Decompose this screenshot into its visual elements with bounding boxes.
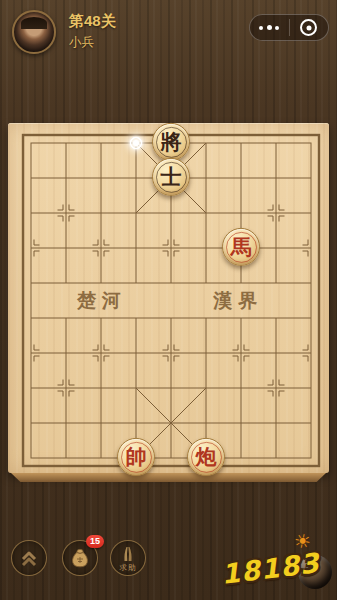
point-g2[interactable] bbox=[224, 406, 259, 441]
title-block: 第48关 小兵 bbox=[69, 12, 116, 50]
point-h5[interactable] bbox=[259, 301, 294, 336]
level-title: 第48关 bbox=[69, 12, 116, 31]
point-f6[interactable] bbox=[189, 266, 224, 301]
point-f9[interactable] bbox=[189, 161, 224, 196]
point-g8[interactable] bbox=[224, 196, 259, 231]
point-d4[interactable] bbox=[119, 336, 154, 371]
point-f10[interactable] bbox=[189, 126, 224, 161]
point-g1[interactable] bbox=[224, 441, 259, 476]
point-d10[interactable] bbox=[119, 126, 154, 161]
point-f8[interactable] bbox=[189, 196, 224, 231]
point-c8[interactable] bbox=[84, 196, 119, 231]
point-i10[interactable] bbox=[294, 126, 329, 161]
point-a9[interactable] bbox=[14, 161, 49, 196]
last-move-marker bbox=[130, 137, 143, 150]
board-points-grid: 將士馬帥炮 bbox=[14, 126, 329, 476]
point-c3[interactable] bbox=[84, 371, 119, 406]
point-h7[interactable] bbox=[259, 231, 294, 266]
point-c2[interactable] bbox=[84, 406, 119, 441]
point-a4[interactable] bbox=[14, 336, 49, 371]
point-g5[interactable] bbox=[224, 301, 259, 336]
point-e9[interactable]: 士 bbox=[154, 161, 189, 196]
point-b7[interactable] bbox=[49, 231, 84, 266]
point-h10[interactable] bbox=[259, 126, 294, 161]
player-avatar[interactable] bbox=[12, 10, 56, 54]
piece-black-general[interactable]: 將 bbox=[152, 123, 190, 161]
point-i1[interactable] bbox=[294, 441, 329, 476]
point-e7[interactable] bbox=[154, 231, 189, 266]
point-b8[interactable] bbox=[49, 196, 84, 231]
point-f1[interactable]: 炮 bbox=[189, 441, 224, 476]
header: 第48关 小兵 bbox=[0, 0, 337, 62]
coins-button[interactable]: 15 bbox=[62, 540, 98, 576]
point-b6[interactable] bbox=[49, 266, 84, 301]
point-d1[interactable]: 帥 bbox=[119, 441, 154, 476]
point-e2[interactable] bbox=[154, 406, 189, 441]
point-f2[interactable] bbox=[189, 406, 224, 441]
point-f3[interactable] bbox=[189, 371, 224, 406]
help-label: 求助 bbox=[111, 563, 145, 573]
point-f7[interactable] bbox=[189, 231, 224, 266]
double-chevron-up-icon bbox=[17, 546, 41, 570]
point-h8[interactable] bbox=[259, 196, 294, 231]
piece-red-cannon[interactable]: 炮 bbox=[187, 438, 225, 476]
point-i5[interactable] bbox=[294, 301, 329, 336]
point-h3[interactable] bbox=[259, 371, 294, 406]
bottom-toolbar: 15 求助 bbox=[0, 525, 337, 600]
point-c5[interactable] bbox=[84, 301, 119, 336]
xiangqi-board: 楚河 漢界 將士馬帥炮 bbox=[8, 123, 329, 473]
point-e6[interactable] bbox=[154, 266, 189, 301]
point-e8[interactable] bbox=[154, 196, 189, 231]
point-a5[interactable] bbox=[14, 301, 49, 336]
point-i4[interactable] bbox=[294, 336, 329, 371]
point-d9[interactable] bbox=[119, 161, 154, 196]
point-e4[interactable] bbox=[154, 336, 189, 371]
point-e10[interactable]: 將 bbox=[154, 126, 189, 161]
point-g10[interactable] bbox=[224, 126, 259, 161]
collapse-button[interactable] bbox=[11, 540, 47, 576]
circled-dot-icon bbox=[300, 19, 317, 36]
point-b4[interactable] bbox=[49, 336, 84, 371]
point-c6[interactable] bbox=[84, 266, 119, 301]
piece-black-advisor[interactable]: 士 bbox=[152, 158, 190, 196]
point-i3[interactable] bbox=[294, 371, 329, 406]
point-g3[interactable] bbox=[224, 371, 259, 406]
piece-red-horse[interactable]: 馬 bbox=[222, 228, 260, 266]
point-h6[interactable] bbox=[259, 266, 294, 301]
point-d2[interactable] bbox=[119, 406, 154, 441]
point-h9[interactable] bbox=[259, 161, 294, 196]
point-d5[interactable] bbox=[119, 301, 154, 336]
help-button[interactable]: 求助 bbox=[110, 540, 146, 576]
point-a10[interactable] bbox=[14, 126, 49, 161]
point-g9[interactable] bbox=[224, 161, 259, 196]
point-a3[interactable] bbox=[14, 371, 49, 406]
point-h2[interactable] bbox=[259, 406, 294, 441]
point-b9[interactable] bbox=[49, 161, 84, 196]
point-i9[interactable] bbox=[294, 161, 329, 196]
point-a6[interactable] bbox=[14, 266, 49, 301]
point-g7[interactable]: 馬 bbox=[224, 231, 259, 266]
point-i7[interactable] bbox=[294, 231, 329, 266]
player-rank-label: 小兵 bbox=[69, 35, 116, 51]
point-d7[interactable] bbox=[119, 231, 154, 266]
point-i6[interactable] bbox=[294, 266, 329, 301]
point-i2[interactable] bbox=[294, 406, 329, 441]
miniprogram-capsule bbox=[249, 14, 329, 41]
point-e5[interactable] bbox=[154, 301, 189, 336]
point-c1[interactable] bbox=[84, 441, 119, 476]
exit-button[interactable] bbox=[290, 15, 329, 40]
point-b5[interactable] bbox=[49, 301, 84, 336]
more-button[interactable] bbox=[250, 15, 289, 40]
point-f5[interactable] bbox=[189, 301, 224, 336]
point-c4[interactable] bbox=[84, 336, 119, 371]
point-a8[interactable] bbox=[14, 196, 49, 231]
point-h1[interactable] bbox=[259, 441, 294, 476]
point-i8[interactable] bbox=[294, 196, 329, 231]
money-bag-icon bbox=[68, 546, 92, 570]
point-d6[interactable] bbox=[119, 266, 154, 301]
point-b1[interactable] bbox=[49, 441, 84, 476]
point-e3[interactable] bbox=[154, 371, 189, 406]
point-h4[interactable] bbox=[259, 336, 294, 371]
more-dots-icon bbox=[259, 25, 279, 30]
point-a2[interactable] bbox=[14, 406, 49, 441]
piece-red-general[interactable]: 帥 bbox=[117, 438, 155, 476]
praying-hands-icon bbox=[117, 546, 139, 564]
point-g4[interactable] bbox=[224, 336, 259, 371]
point-c9[interactable] bbox=[84, 161, 119, 196]
point-b2[interactable] bbox=[49, 406, 84, 441]
point-e1[interactable] bbox=[154, 441, 189, 476]
point-d8[interactable] bbox=[119, 196, 154, 231]
point-a1[interactable] bbox=[14, 441, 49, 476]
coins-badge: 15 bbox=[86, 535, 104, 548]
point-c7[interactable] bbox=[84, 231, 119, 266]
point-b10[interactable] bbox=[49, 126, 84, 161]
point-g6[interactable] bbox=[224, 266, 259, 301]
point-a7[interactable] bbox=[14, 231, 49, 266]
point-f4[interactable] bbox=[189, 336, 224, 371]
point-b3[interactable] bbox=[49, 371, 84, 406]
point-d3[interactable] bbox=[119, 371, 154, 406]
point-c10[interactable] bbox=[84, 126, 119, 161]
